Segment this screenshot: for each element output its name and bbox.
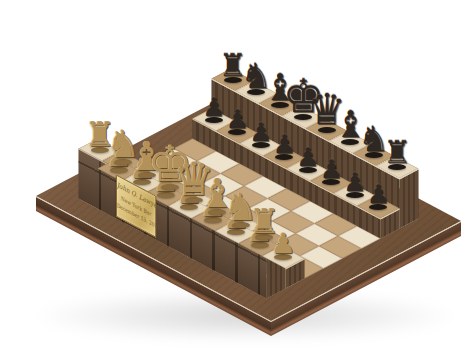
gold-piece-pedestal	[274, 254, 292, 260]
gold-piece-pedestal	[138, 172, 156, 178]
gold-piece-pedestal	[208, 209, 226, 215]
gold-piece-pedestal	[114, 159, 132, 165]
gold-piece-pedestal	[180, 204, 198, 210]
gold-piece-pedestal	[255, 234, 273, 240]
chess-set-photo: ♜♞♝♚♛♝♞♜♟♟♟♟♟♟♟♟♟♟♟♟♟♟♟♟♜♞♝♚♛♝♞♜ John Q.…	[0, 0, 476, 350]
dark-piece-pedestal	[205, 117, 223, 123]
dark-piece-pedestal	[228, 129, 246, 135]
dark-piece-pedestal	[322, 179, 340, 185]
gold-piece-pedestal	[251, 242, 269, 248]
gold-piece-pedestal	[204, 217, 222, 223]
dark-piece-pedestal	[294, 114, 312, 120]
dark-piece-pedestal	[299, 167, 317, 173]
dark-piece-pedestal	[247, 89, 265, 95]
dark-piece-pedestal	[365, 152, 383, 158]
black-gallery-end-face-upper	[400, 169, 419, 229]
dark-piece-pedestal	[224, 77, 242, 83]
dark-piece-pedestal	[369, 204, 387, 210]
dark-piece-pedestal	[318, 127, 336, 133]
dark-piece-pedestal	[275, 154, 293, 160]
dark-piece-pedestal	[388, 164, 406, 170]
dark-piece-pedestal	[252, 142, 270, 148]
gold-piece-pedestal	[161, 184, 179, 190]
gold-piece-pedestal	[227, 229, 245, 235]
gold-piece-pedestal	[185, 197, 203, 203]
gold-piece-pedestal	[157, 192, 175, 198]
dark-piece-pedestal	[271, 102, 289, 108]
gold-piece-pedestal	[110, 167, 128, 173]
gold-piece-pedestal	[232, 222, 250, 228]
gold-piece-pedestal	[91, 147, 109, 153]
dark-piece-pedestal	[341, 139, 359, 145]
dark-piece-pedestal	[346, 192, 364, 198]
